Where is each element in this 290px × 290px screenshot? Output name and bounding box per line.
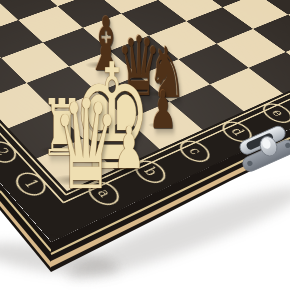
- white-queen[interactable]: ♛: [53, 83, 120, 207]
- black-pawn[interactable]: ♟: [149, 84, 177, 136]
- chess-box-photo: abcdefgh12345678: [0, 0, 290, 290]
- box-side-left: [0, 183, 51, 272]
